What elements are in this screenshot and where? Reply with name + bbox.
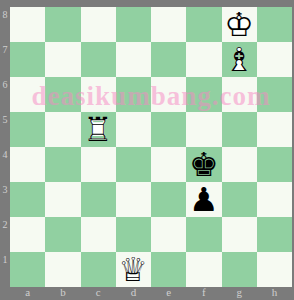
square-d2[interactable] bbox=[116, 217, 151, 252]
square-a1[interactable] bbox=[10, 252, 45, 287]
white-bishop-icon: ♗ bbox=[222, 42, 257, 77]
square-h1[interactable] bbox=[257, 252, 292, 287]
square-d1[interactable]: ♛♕ bbox=[116, 252, 151, 287]
square-h7[interactable] bbox=[257, 42, 292, 77]
square-b5[interactable] bbox=[45, 112, 80, 147]
square-c3[interactable] bbox=[81, 182, 116, 217]
square-d3[interactable] bbox=[116, 182, 151, 217]
file-label-a: a bbox=[10, 286, 45, 300]
square-f1[interactable] bbox=[186, 252, 221, 287]
square-h5[interactable] bbox=[257, 112, 292, 147]
square-e4[interactable] bbox=[151, 147, 186, 182]
square-b7[interactable] bbox=[45, 42, 80, 77]
piece-black-king-f4[interactable]: ♚ bbox=[186, 147, 221, 182]
square-b3[interactable] bbox=[45, 182, 80, 217]
rank-labels: 87654321 bbox=[0, 7, 10, 287]
file-label-c: c bbox=[81, 286, 116, 300]
file-label-e: e bbox=[151, 286, 186, 300]
square-g5[interactable] bbox=[222, 112, 257, 147]
black-pawn-icon: ♟ bbox=[186, 182, 221, 217]
square-h2[interactable] bbox=[257, 217, 292, 252]
file-label-f: f bbox=[186, 286, 221, 300]
square-d8[interactable] bbox=[116, 7, 151, 42]
square-h3[interactable] bbox=[257, 182, 292, 217]
white-king-icon: ♔ bbox=[222, 7, 257, 42]
square-g7[interactable]: ♝♗ bbox=[222, 42, 257, 77]
square-a4[interactable] bbox=[10, 147, 45, 182]
square-g6[interactable] bbox=[222, 77, 257, 112]
file-label-h: h bbox=[257, 286, 292, 300]
rank-label-1: 1 bbox=[0, 252, 10, 287]
square-c1[interactable] bbox=[81, 252, 116, 287]
square-h4[interactable] bbox=[257, 147, 292, 182]
rank-label-4: 4 bbox=[0, 147, 10, 182]
square-a8[interactable] bbox=[10, 7, 45, 42]
square-a2[interactable] bbox=[10, 217, 45, 252]
square-f5[interactable] bbox=[186, 112, 221, 147]
square-f6[interactable] bbox=[186, 77, 221, 112]
square-b8[interactable] bbox=[45, 7, 80, 42]
white-rook-icon: ♖ bbox=[81, 112, 116, 147]
square-b4[interactable] bbox=[45, 147, 80, 182]
square-e8[interactable] bbox=[151, 7, 186, 42]
piece-black-pawn-f3[interactable]: ♟ bbox=[186, 182, 221, 217]
square-b6[interactable] bbox=[45, 77, 80, 112]
file-label-d: d bbox=[116, 286, 151, 300]
square-a5[interactable] bbox=[10, 112, 45, 147]
square-d6[interactable] bbox=[116, 77, 151, 112]
square-a7[interactable] bbox=[10, 42, 45, 77]
chessboard-frame: ♚♔♝♗♜♖♚♟♛♕ 87654321 abcdefgh deasikumban… bbox=[0, 0, 294, 300]
piece-white-king-g8[interactable]: ♚♔ bbox=[222, 7, 257, 42]
black-king-icon: ♚ bbox=[186, 147, 221, 182]
square-f8[interactable] bbox=[186, 7, 221, 42]
square-d4[interactable] bbox=[116, 147, 151, 182]
square-f2[interactable] bbox=[186, 217, 221, 252]
square-c6[interactable] bbox=[81, 77, 116, 112]
rank-label-8: 8 bbox=[0, 7, 10, 42]
square-e7[interactable] bbox=[151, 42, 186, 77]
square-d7[interactable] bbox=[116, 42, 151, 77]
square-h6[interactable] bbox=[257, 77, 292, 112]
square-e3[interactable] bbox=[151, 182, 186, 217]
square-b1[interactable] bbox=[45, 252, 80, 287]
piece-white-bishop-g7[interactable]: ♝♗ bbox=[222, 42, 257, 77]
square-e2[interactable] bbox=[151, 217, 186, 252]
square-d5[interactable] bbox=[116, 112, 151, 147]
chessboard: ♚♔♝♗♜♖♚♟♛♕ bbox=[10, 7, 292, 287]
square-g3[interactable] bbox=[222, 182, 257, 217]
piece-white-rook-c5[interactable]: ♜♖ bbox=[81, 112, 116, 147]
file-labels: abcdefgh bbox=[10, 286, 292, 300]
square-a3[interactable] bbox=[10, 182, 45, 217]
square-g2[interactable] bbox=[222, 217, 257, 252]
piece-white-queen-d1[interactable]: ♛♕ bbox=[116, 252, 151, 287]
square-c5[interactable]: ♜♖ bbox=[81, 112, 116, 147]
square-f7[interactable] bbox=[186, 42, 221, 77]
rank-label-7: 7 bbox=[0, 42, 10, 77]
file-label-g: g bbox=[222, 286, 257, 300]
square-e1[interactable] bbox=[151, 252, 186, 287]
rank-label-6: 6 bbox=[0, 77, 10, 112]
square-c2[interactable] bbox=[81, 217, 116, 252]
square-a6[interactable] bbox=[10, 77, 45, 112]
square-e5[interactable] bbox=[151, 112, 186, 147]
square-c7[interactable] bbox=[81, 42, 116, 77]
square-g1[interactable] bbox=[222, 252, 257, 287]
square-h8[interactable] bbox=[257, 7, 292, 42]
white-queen-icon: ♕ bbox=[116, 252, 151, 287]
square-c8[interactable] bbox=[81, 7, 116, 42]
rank-label-3: 3 bbox=[0, 182, 10, 217]
square-e6[interactable] bbox=[151, 77, 186, 112]
square-g4[interactable] bbox=[222, 147, 257, 182]
square-c4[interactable] bbox=[81, 147, 116, 182]
rank-label-2: 2 bbox=[0, 217, 10, 252]
square-f4[interactable]: ♚ bbox=[186, 147, 221, 182]
square-g8[interactable]: ♚♔ bbox=[222, 7, 257, 42]
square-b2[interactable] bbox=[45, 217, 80, 252]
square-f3[interactable]: ♟ bbox=[186, 182, 221, 217]
rank-label-5: 5 bbox=[0, 112, 10, 147]
file-label-b: b bbox=[45, 286, 80, 300]
